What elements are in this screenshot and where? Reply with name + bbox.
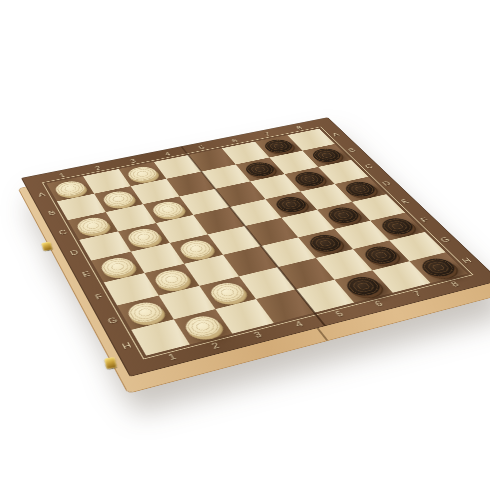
checker-light-E3[interactable] [176, 238, 216, 260]
checker-light-G1[interactable] [124, 300, 166, 326]
square-H3[interactable] [215, 299, 273, 334]
checker-light-H2[interactable] [181, 313, 225, 340]
square-F4[interactable] [223, 246, 278, 276]
checker-dark-F6[interactable] [305, 232, 346, 254]
square-G3[interactable] [199, 276, 256, 309]
brass-clasp-icon [41, 242, 52, 251]
checker-light-E1[interactable] [98, 255, 138, 278]
front-edge-number-labels: 12345678 [147, 275, 478, 369]
label-right-H: H [448, 248, 484, 273]
square-G1[interactable] [117, 296, 174, 330]
checker-dark-G7[interactable] [360, 244, 402, 266]
square-F2[interactable] [144, 264, 199, 296]
square-H7[interactable] [372, 261, 430, 293]
checker-dark-F8[interactable] [377, 216, 418, 237]
square-G5[interactable] [278, 258, 335, 289]
square-E4[interactable] [208, 226, 261, 255]
square-F6[interactable] [298, 229, 353, 258]
square-E1[interactable] [91, 252, 144, 283]
square-E3[interactable] [170, 234, 223, 263]
checker-light-C1[interactable] [74, 215, 112, 236]
checker-light-G3[interactable] [206, 280, 248, 305]
checker-dark-H6[interactable] [342, 274, 386, 298]
label-right-G: G [428, 228, 463, 252]
product-photo-scene: 12345678 12345678 ABCDEFGH ABCDEFGH [0, 0, 490, 490]
square-D2[interactable] [118, 223, 170, 252]
checker-light-D2[interactable] [124, 227, 163, 248]
folding-checkers-board: 12345678 12345678 ABCDEFGH ABCDEFGH [21, 117, 490, 377]
checker-dark-H8[interactable] [417, 256, 461, 279]
square-F1[interactable] [104, 273, 159, 305]
square-G2[interactable] [159, 286, 216, 319]
square-D1[interactable] [79, 231, 131, 260]
board-top-surface: 12345678 12345678 ABCDEFGH ABCDEFGH [21, 117, 490, 377]
square-H1[interactable] [131, 319, 190, 355]
square-G6[interactable] [316, 249, 373, 280]
square-H8[interactable] [409, 252, 467, 283]
square-E2[interactable] [131, 243, 184, 273]
checker-light-F2[interactable] [151, 268, 192, 292]
square-F3[interactable] [184, 255, 239, 286]
square-H5[interactable] [296, 280, 354, 313]
square-H4[interactable] [256, 289, 314, 323]
square-F5[interactable] [261, 237, 316, 267]
square-G8[interactable] [389, 232, 445, 261]
square-G4[interactable] [239, 267, 296, 299]
square-H6[interactable] [334, 270, 392, 302]
square-G7[interactable] [353, 240, 409, 270]
brass-clasp-icon [104, 357, 117, 369]
square-H2[interactable] [174, 309, 233, 344]
